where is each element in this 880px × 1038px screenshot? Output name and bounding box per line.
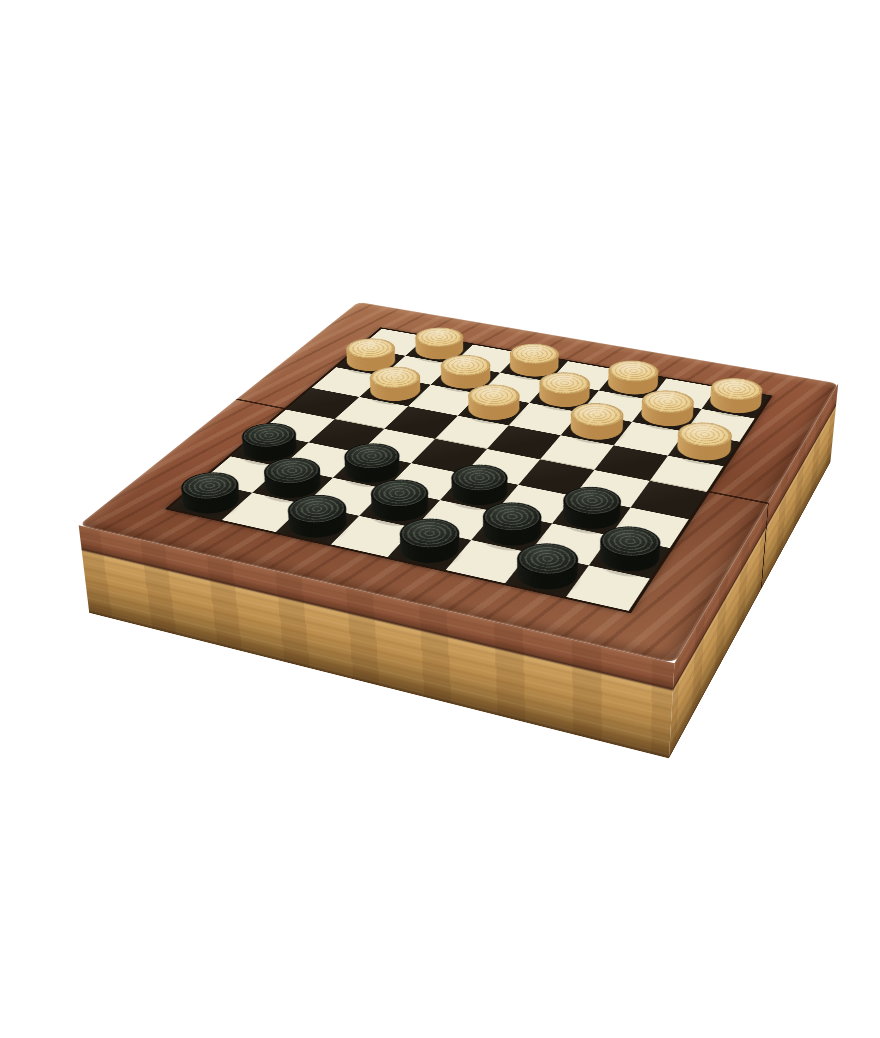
fold-seam-west xyxy=(236,399,288,410)
fold-seam-east xyxy=(707,491,769,504)
checkers-board xyxy=(79,302,839,663)
scene xyxy=(0,0,880,1038)
board-square[interactable] xyxy=(631,481,707,519)
board-square[interactable] xyxy=(594,445,668,481)
fold-seam-side xyxy=(761,502,769,590)
